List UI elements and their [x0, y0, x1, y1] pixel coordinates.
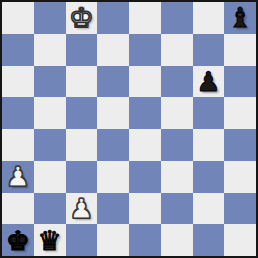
square-e3[interactable]: [129, 161, 161, 193]
black-bishop[interactable]: ♝: [228, 4, 252, 31]
square-a4[interactable]: [2, 129, 34, 161]
square-d7[interactable]: [97, 34, 129, 66]
square-a3[interactable]: ♟: [2, 161, 34, 193]
square-h5[interactable]: [224, 97, 256, 129]
white-pawn[interactable]: ♟: [6, 163, 30, 190]
square-g8[interactable]: [193, 2, 225, 34]
square-c7[interactable]: [66, 34, 98, 66]
square-f6[interactable]: [161, 66, 193, 98]
square-c3[interactable]: [66, 161, 98, 193]
white-pawn[interactable]: ♟: [69, 195, 93, 222]
square-h1[interactable]: [224, 224, 256, 256]
square-e2[interactable]: [129, 193, 161, 225]
square-e8[interactable]: [129, 2, 161, 34]
white-king[interactable]: ♚: [69, 4, 93, 31]
square-d4[interactable]: [97, 129, 129, 161]
square-d8[interactable]: [97, 2, 129, 34]
square-e7[interactable]: [129, 34, 161, 66]
square-g7[interactable]: [193, 34, 225, 66]
square-h7[interactable]: [224, 34, 256, 66]
square-b1[interactable]: ♛: [34, 224, 66, 256]
square-a7[interactable]: [2, 34, 34, 66]
square-d5[interactable]: [97, 97, 129, 129]
square-f5[interactable]: [161, 97, 193, 129]
square-f7[interactable]: [161, 34, 193, 66]
square-f3[interactable]: [161, 161, 193, 193]
square-d3[interactable]: [97, 161, 129, 193]
square-g3[interactable]: [193, 161, 225, 193]
square-c5[interactable]: [66, 97, 98, 129]
square-f1[interactable]: [161, 224, 193, 256]
square-c4[interactable]: [66, 129, 98, 161]
square-g4[interactable]: [193, 129, 225, 161]
black-pawn[interactable]: ♟: [196, 68, 220, 95]
square-b7[interactable]: [34, 34, 66, 66]
square-g5[interactable]: [193, 97, 225, 129]
square-e4[interactable]: [129, 129, 161, 161]
square-a5[interactable]: [2, 97, 34, 129]
square-c8[interactable]: ♚: [66, 2, 98, 34]
square-a1[interactable]: ♚: [2, 224, 34, 256]
square-b3[interactable]: [34, 161, 66, 193]
square-b6[interactable]: [34, 66, 66, 98]
square-e6[interactable]: [129, 66, 161, 98]
square-h3[interactable]: [224, 161, 256, 193]
square-a6[interactable]: [2, 66, 34, 98]
square-f2[interactable]: [161, 193, 193, 225]
black-king[interactable]: ♚: [6, 227, 30, 254]
square-a2[interactable]: [2, 193, 34, 225]
square-g6[interactable]: ♟: [193, 66, 225, 98]
square-h6[interactable]: [224, 66, 256, 98]
square-d2[interactable]: [97, 193, 129, 225]
square-b4[interactable]: [34, 129, 66, 161]
chess-board: ♚♝♟♟♟♚♛: [0, 0, 258, 258]
square-h8[interactable]: ♝: [224, 2, 256, 34]
square-d1[interactable]: [97, 224, 129, 256]
square-h4[interactable]: [224, 129, 256, 161]
square-a8[interactable]: [2, 2, 34, 34]
square-c6[interactable]: [66, 66, 98, 98]
black-queen[interactable]: ♛: [38, 227, 62, 254]
square-e5[interactable]: [129, 97, 161, 129]
square-b8[interactable]: [34, 2, 66, 34]
square-h2[interactable]: [224, 193, 256, 225]
square-g2[interactable]: [193, 193, 225, 225]
square-f4[interactable]: [161, 129, 193, 161]
square-c1[interactable]: [66, 224, 98, 256]
square-b5[interactable]: [34, 97, 66, 129]
square-b2[interactable]: [34, 193, 66, 225]
square-c2[interactable]: ♟: [66, 193, 98, 225]
square-d6[interactable]: [97, 66, 129, 98]
square-g1[interactable]: [193, 224, 225, 256]
square-e1[interactable]: [129, 224, 161, 256]
square-f8[interactable]: [161, 2, 193, 34]
